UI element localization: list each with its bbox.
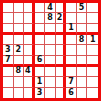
cell-r4c6[interactable] xyxy=(56,35,67,45)
cell-r3c5[interactable] xyxy=(45,24,56,35)
cell-r5c5[interactable] xyxy=(45,45,56,55)
cell-r5c9[interactable] xyxy=(87,45,98,55)
cell-r6c3[interactable] xyxy=(24,56,35,67)
cell-r9c4[interactable]: 3 xyxy=(35,88,46,98)
cell-r5c6[interactable] xyxy=(56,45,67,55)
cell-r5c2[interactable]: 2 xyxy=(14,45,25,55)
cell-r8c1[interactable] xyxy=(3,77,14,87)
cell-r4c8[interactable]: 8 xyxy=(77,35,88,45)
cell-r1c6[interactable] xyxy=(56,3,67,13)
cell-r1c8[interactable]: 5 xyxy=(77,3,88,13)
cell-r5c7[interactable] xyxy=(66,45,77,55)
cell-r9c6[interactable] xyxy=(56,88,67,98)
cell-r3c1[interactable] xyxy=(3,24,14,35)
cell-r9c5[interactable] xyxy=(45,88,56,98)
cell-r5c8[interactable] xyxy=(77,45,88,55)
cell-r6c7[interactable] xyxy=(66,56,77,67)
cell-r4c9[interactable]: 1 xyxy=(87,35,98,45)
cell-r8c2[interactable] xyxy=(14,77,25,87)
cell-r7c9[interactable] xyxy=(87,67,98,77)
sudoku-board: 45821813276841736 xyxy=(0,0,101,101)
cell-r4c5[interactable] xyxy=(45,35,56,45)
cell-r2c3[interactable] xyxy=(24,13,35,23)
cell-r3c3[interactable] xyxy=(24,24,35,35)
cell-r4c4[interactable] xyxy=(35,35,46,45)
cell-r6c8[interactable] xyxy=(77,56,88,67)
cell-r7c7[interactable] xyxy=(66,67,77,77)
cell-r2c8[interactable] xyxy=(77,13,88,23)
cell-r4c1[interactable] xyxy=(3,35,14,45)
cell-r9c9[interactable] xyxy=(87,88,98,98)
cell-r6c4[interactable]: 6 xyxy=(35,56,46,67)
cell-r1c7[interactable] xyxy=(66,3,77,13)
cell-r9c2[interactable] xyxy=(14,88,25,98)
cell-r4c2[interactable] xyxy=(14,35,25,45)
cell-r8c6[interactable] xyxy=(56,77,67,87)
cell-r8c5[interactable] xyxy=(45,77,56,87)
cell-r9c3[interactable] xyxy=(24,88,35,98)
cell-r7c6[interactable] xyxy=(56,67,67,77)
cell-r3c4[interactable] xyxy=(35,24,46,35)
cell-r7c3[interactable]: 4 xyxy=(24,67,35,77)
cell-r1c3[interactable] xyxy=(24,3,35,13)
cell-r7c5[interactable] xyxy=(45,67,56,77)
cell-r2c6[interactable]: 2 xyxy=(56,13,67,23)
cell-r1c9[interactable] xyxy=(87,3,98,13)
cell-r8c7[interactable]: 7 xyxy=(66,77,77,87)
cell-r2c9[interactable] xyxy=(87,13,98,23)
cell-r1c4[interactable] xyxy=(35,3,46,13)
cell-r5c3[interactable] xyxy=(24,45,35,55)
cell-r3c7[interactable]: 1 xyxy=(66,24,77,35)
cell-r7c1[interactable] xyxy=(3,67,14,77)
cell-r2c1[interactable] xyxy=(3,13,14,23)
cell-r6c5[interactable] xyxy=(45,56,56,67)
cell-r7c4[interactable] xyxy=(35,67,46,77)
cell-r8c3[interactable] xyxy=(24,77,35,87)
cell-r2c5[interactable]: 8 xyxy=(45,13,56,23)
cell-r3c2[interactable] xyxy=(14,24,25,35)
cell-r6c9[interactable] xyxy=(87,56,98,67)
cell-r1c5[interactable]: 4 xyxy=(45,3,56,13)
cell-r9c7[interactable]: 6 xyxy=(66,88,77,98)
cell-r4c7[interactable] xyxy=(66,35,77,45)
cell-r3c9[interactable] xyxy=(87,24,98,35)
cell-r8c4[interactable]: 1 xyxy=(35,77,46,87)
cell-r6c6[interactable] xyxy=(56,56,67,67)
cell-r2c4[interactable] xyxy=(35,13,46,23)
cell-r2c2[interactable] xyxy=(14,13,25,23)
cell-r7c8[interactable] xyxy=(77,67,88,77)
cell-r8c8[interactable] xyxy=(77,77,88,87)
cell-r4c3[interactable] xyxy=(24,35,35,45)
cell-r1c1[interactable] xyxy=(3,3,14,13)
cell-r8c9[interactable] xyxy=(87,77,98,87)
cell-r6c2[interactable] xyxy=(14,56,25,67)
cell-r9c8[interactable] xyxy=(77,88,88,98)
cell-r3c8[interactable] xyxy=(77,24,88,35)
cell-r6c1[interactable]: 7 xyxy=(3,56,14,67)
cell-r9c1[interactable] xyxy=(3,88,14,98)
cell-r1c2[interactable] xyxy=(14,3,25,13)
cell-r3c6[interactable] xyxy=(56,24,67,35)
cell-r7c2[interactable]: 8 xyxy=(14,67,25,77)
